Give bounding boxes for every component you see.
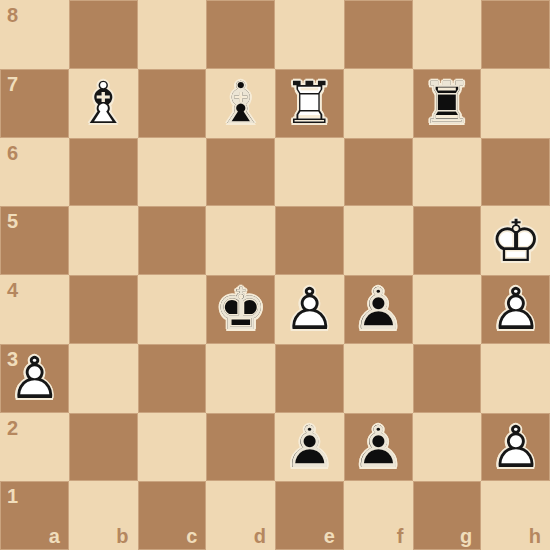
square-b8[interactable] (69, 0, 138, 69)
file-label-e: e (324, 526, 335, 546)
square-e8[interactable] (275, 0, 344, 69)
square-a5[interactable]: 5 (0, 206, 69, 275)
square-a2[interactable]: 2 (0, 413, 69, 482)
rank-label-7: 7 (7, 74, 18, 94)
black-king-outline-glyph: ♔ (206, 275, 275, 344)
square-g1[interactable]: g (413, 481, 482, 550)
square-d7[interactable]: ♝♗ (206, 69, 275, 138)
square-d5[interactable] (206, 206, 275, 275)
square-e2[interactable]: ♟♙ (275, 413, 344, 482)
piece-white-king[interactable]: ♚♔ (481, 206, 550, 275)
square-g5[interactable] (413, 206, 482, 275)
file-label-d: d (254, 526, 266, 546)
piece-white-rook[interactable]: ♜♖ (275, 69, 344, 138)
square-d4[interactable]: ♚♔ (206, 275, 275, 344)
square-g2[interactable] (413, 413, 482, 482)
square-e7[interactable]: ♜♖ (275, 69, 344, 138)
square-g3[interactable] (413, 344, 482, 413)
white-rook-outline-glyph: ♖ (275, 69, 344, 138)
chess-board: 87♝♗♝♗♜♖♜♖65♚♔4♚♔♟♙♟♙♟♙3♟♙2♟♙♟♙♟♙1abcdef… (0, 0, 550, 550)
white-pawn-outline-glyph: ♙ (481, 413, 550, 482)
square-b2[interactable] (69, 413, 138, 482)
square-h4[interactable]: ♟♙ (481, 275, 550, 344)
square-f5[interactable] (344, 206, 413, 275)
square-h6[interactable] (481, 138, 550, 207)
rank-label-2: 2 (7, 418, 18, 438)
square-g7[interactable]: ♜♖ (413, 69, 482, 138)
square-d3[interactable] (206, 344, 275, 413)
square-c6[interactable] (138, 138, 207, 207)
black-pawn-outline-glyph: ♙ (275, 413, 344, 482)
white-pawn-outline-glyph: ♙ (481, 275, 550, 344)
rank-label-4: 4 (7, 280, 18, 300)
page: 87♝♗♝♗♜♖♜♖65♚♔4♚♔♟♙♟♙♟♙3♟♙2♟♙♟♙♟♙1abcdef… (0, 0, 550, 550)
white-pawn-outline-glyph: ♙ (275, 275, 344, 344)
square-e6[interactable] (275, 138, 344, 207)
square-b3[interactable] (69, 344, 138, 413)
file-label-f: f (397, 526, 404, 546)
square-c2[interactable] (138, 413, 207, 482)
square-d6[interactable] (206, 138, 275, 207)
square-h1[interactable]: h (481, 481, 550, 550)
square-d8[interactable] (206, 0, 275, 69)
file-label-c: c (186, 526, 197, 546)
square-a3[interactable]: 3♟♙ (0, 344, 69, 413)
piece-black-king[interactable]: ♚♔ (206, 275, 275, 344)
square-d2[interactable] (206, 413, 275, 482)
black-rook-outline-glyph: ♖ (413, 69, 482, 138)
black-pawn-outline-glyph: ♙ (344, 275, 413, 344)
square-h8[interactable] (481, 0, 550, 69)
square-e3[interactable] (275, 344, 344, 413)
square-f6[interactable] (344, 138, 413, 207)
piece-black-pawn[interactable]: ♟♙ (275, 413, 344, 482)
white-king-outline-glyph: ♔ (481, 206, 550, 275)
square-h5[interactable]: ♚♔ (481, 206, 550, 275)
piece-white-pawn[interactable]: ♟♙ (481, 275, 550, 344)
square-b1[interactable]: b (69, 481, 138, 550)
piece-black-bishop[interactable]: ♝♗ (206, 69, 275, 138)
square-c1[interactable]: c (138, 481, 207, 550)
white-bishop-outline-glyph: ♗ (69, 69, 138, 138)
piece-white-bishop[interactable]: ♝♗ (69, 69, 138, 138)
piece-white-pawn[interactable]: ♟♙ (0, 344, 69, 413)
file-label-b: b (116, 526, 128, 546)
square-f8[interactable] (344, 0, 413, 69)
square-a8[interactable]: 8 (0, 0, 69, 69)
square-b5[interactable] (69, 206, 138, 275)
square-g4[interactable] (413, 275, 482, 344)
square-c7[interactable] (138, 69, 207, 138)
white-pawn-outline-glyph: ♙ (0, 344, 69, 413)
square-g6[interactable] (413, 138, 482, 207)
square-e5[interactable] (275, 206, 344, 275)
square-f4[interactable]: ♟♙ (344, 275, 413, 344)
square-b4[interactable] (69, 275, 138, 344)
square-f3[interactable] (344, 344, 413, 413)
square-h3[interactable] (481, 344, 550, 413)
file-label-g: g (460, 526, 472, 546)
square-c3[interactable] (138, 344, 207, 413)
black-bishop-outline-glyph: ♗ (206, 69, 275, 138)
piece-black-pawn[interactable]: ♟♙ (344, 413, 413, 482)
square-b7[interactable]: ♝♗ (69, 69, 138, 138)
square-b6[interactable] (69, 138, 138, 207)
square-f2[interactable]: ♟♙ (344, 413, 413, 482)
rank-label-5: 5 (7, 211, 18, 231)
square-f1[interactable]: f (344, 481, 413, 550)
square-e1[interactable]: e (275, 481, 344, 550)
square-a6[interactable]: 6 (0, 138, 69, 207)
square-a1[interactable]: 1a (0, 481, 69, 550)
square-d1[interactable]: d (206, 481, 275, 550)
piece-white-pawn[interactable]: ♟♙ (481, 413, 550, 482)
rank-label-1: 1 (7, 486, 18, 506)
piece-white-pawn[interactable]: ♟♙ (275, 275, 344, 344)
piece-black-rook[interactable]: ♜♖ (413, 69, 482, 138)
square-g8[interactable] (413, 0, 482, 69)
square-h7[interactable] (481, 69, 550, 138)
square-h2[interactable]: ♟♙ (481, 413, 550, 482)
file-label-h: h (529, 526, 541, 546)
square-a4[interactable]: 4 (0, 275, 69, 344)
square-e4[interactable]: ♟♙ (275, 275, 344, 344)
square-f7[interactable] (344, 69, 413, 138)
square-c8[interactable] (138, 0, 207, 69)
rank-label-6: 6 (7, 143, 18, 163)
rank-label-8: 8 (7, 5, 18, 25)
piece-black-pawn[interactable]: ♟♙ (344, 275, 413, 344)
square-c5[interactable] (138, 206, 207, 275)
square-c4[interactable] (138, 275, 207, 344)
file-label-a: a (49, 526, 60, 546)
black-pawn-outline-glyph: ♙ (344, 413, 413, 482)
square-a7[interactable]: 7 (0, 69, 69, 138)
